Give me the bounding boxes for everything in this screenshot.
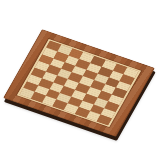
board-field [17, 39, 141, 127]
product-photo-background [0, 0, 160, 160]
board-frame [3, 29, 155, 137]
chess-board [0, 0, 160, 160]
